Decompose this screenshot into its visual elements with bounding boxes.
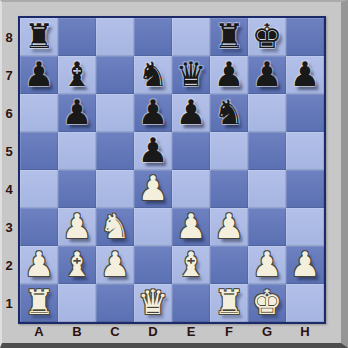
piece-black-king[interactable]: ♚ — [252, 19, 282, 53]
piece-black-pawn[interactable]: ♟ — [176, 95, 206, 129]
square-d5[interactable]: ♟ — [134, 132, 172, 170]
square-f1[interactable]: ♜ — [210, 284, 248, 322]
piece-black-pawn[interactable]: ♟ — [214, 57, 244, 91]
square-h7[interactable]: ♟ — [286, 56, 324, 94]
square-b8[interactable] — [58, 18, 96, 56]
square-b3[interactable]: ♟ — [58, 208, 96, 246]
piece-white-pawn[interactable]: ♟ — [138, 171, 168, 205]
piece-white-bishop[interactable]: ♝ — [62, 247, 92, 281]
square-g2[interactable]: ♟ — [248, 246, 286, 284]
square-a1[interactable]: ♜ — [20, 284, 58, 322]
square-g8[interactable]: ♚ — [248, 18, 286, 56]
square-b1[interactable] — [58, 284, 96, 322]
square-e6[interactable]: ♟ — [172, 94, 210, 132]
piece-white-bishop[interactable]: ♝ — [176, 247, 206, 281]
square-g6[interactable] — [248, 94, 286, 132]
square-e3[interactable]: ♟ — [172, 208, 210, 246]
file-label-d: D — [134, 322, 172, 341]
rank-label-2: 2 — [0, 246, 18, 284]
square-c1[interactable] — [96, 284, 134, 322]
square-a4[interactable] — [20, 170, 58, 208]
piece-white-queen[interactable]: ♛ — [138, 285, 168, 319]
square-d8[interactable] — [134, 18, 172, 56]
square-d2[interactable] — [134, 246, 172, 284]
piece-white-knight[interactable]: ♞ — [100, 209, 130, 243]
piece-black-bishop[interactable]: ♝ — [62, 57, 92, 91]
piece-black-pawn[interactable]: ♟ — [252, 57, 282, 91]
square-c7[interactable] — [96, 56, 134, 94]
square-g5[interactable] — [248, 132, 286, 170]
rank-label-5: 5 — [0, 132, 18, 170]
square-h5[interactable] — [286, 132, 324, 170]
square-g4[interactable] — [248, 170, 286, 208]
square-g7[interactable]: ♟ — [248, 56, 286, 94]
square-f4[interactable] — [210, 170, 248, 208]
square-a2[interactable]: ♟ — [20, 246, 58, 284]
square-c8[interactable] — [96, 18, 134, 56]
square-d4[interactable]: ♟ — [134, 170, 172, 208]
piece-white-pawn[interactable]: ♟ — [290, 247, 320, 281]
file-label-c: C — [96, 322, 134, 341]
rank-label-3: 3 — [0, 208, 18, 246]
square-d1[interactable]: ♛ — [134, 284, 172, 322]
square-b4[interactable] — [58, 170, 96, 208]
square-a8[interactable]: ♜ — [20, 18, 58, 56]
piece-white-rook[interactable]: ♜ — [24, 285, 54, 319]
square-c6[interactable] — [96, 94, 134, 132]
piece-black-rook[interactable]: ♜ — [214, 19, 244, 53]
rank-labels: 87654321 — [0, 18, 18, 322]
square-e7[interactable]: ♛ — [172, 56, 210, 94]
file-label-a: A — [20, 322, 58, 341]
square-f3[interactable]: ♟ — [210, 208, 248, 246]
square-c3[interactable]: ♞ — [96, 208, 134, 246]
piece-white-king[interactable]: ♚ — [252, 285, 282, 319]
piece-white-pawn[interactable]: ♟ — [62, 209, 92, 243]
rank-label-8: 8 — [0, 18, 18, 56]
piece-black-queen[interactable]: ♛ — [176, 57, 206, 91]
square-c5[interactable] — [96, 132, 134, 170]
square-a6[interactable] — [20, 94, 58, 132]
piece-black-pawn[interactable]: ♟ — [138, 133, 168, 167]
file-label-g: G — [248, 322, 286, 341]
square-f2[interactable] — [210, 246, 248, 284]
chess-board[interactable]: ♜♜♚♟♝♞♛♟♟♟♟♟♟♞♟♟♟♞♟♟♟♝♟♝♟♟♜♛♜♚ — [20, 18, 324, 322]
piece-black-knight[interactable]: ♞ — [138, 57, 168, 91]
square-d6[interactable]: ♟ — [134, 94, 172, 132]
square-g3[interactable] — [248, 208, 286, 246]
square-h2[interactable]: ♟ — [286, 246, 324, 284]
file-label-h: H — [286, 322, 324, 341]
square-f6[interactable]: ♞ — [210, 94, 248, 132]
board-border: ♜♜♚♟♝♞♛♟♟♟♟♟♟♞♟♟♟♞♟♟♟♝♟♝♟♟♜♛♜♚ — [18, 16, 326, 324]
square-e1[interactable] — [172, 284, 210, 322]
piece-white-pawn[interactable]: ♟ — [100, 247, 130, 281]
rank-label-1: 1 — [0, 284, 18, 322]
square-a3[interactable] — [20, 208, 58, 246]
piece-black-pawn[interactable]: ♟ — [62, 95, 92, 129]
square-f5[interactable] — [210, 132, 248, 170]
square-d3[interactable] — [134, 208, 172, 246]
piece-black-knight[interactable]: ♞ — [214, 95, 244, 129]
square-f8[interactable]: ♜ — [210, 18, 248, 56]
square-e8[interactable] — [172, 18, 210, 56]
rank-label-4: 4 — [0, 170, 18, 208]
square-b7[interactable]: ♝ — [58, 56, 96, 94]
square-h6[interactable] — [286, 94, 324, 132]
square-b6[interactable]: ♟ — [58, 94, 96, 132]
square-g1[interactable]: ♚ — [248, 284, 286, 322]
square-b2[interactable]: ♝ — [58, 246, 96, 284]
square-h8[interactable] — [286, 18, 324, 56]
file-label-e: E — [172, 322, 210, 341]
piece-white-pawn[interactable]: ♟ — [252, 247, 282, 281]
square-h1[interactable] — [286, 284, 324, 322]
square-c2[interactable]: ♟ — [96, 246, 134, 284]
square-h4[interactable] — [286, 170, 324, 208]
piece-white-rook[interactable]: ♜ — [214, 285, 244, 319]
file-label-f: F — [210, 322, 248, 341]
square-h3[interactable] — [286, 208, 324, 246]
square-a5[interactable] — [20, 132, 58, 170]
piece-white-pawn[interactable]: ♟ — [24, 247, 54, 281]
square-f7[interactable]: ♟ — [210, 56, 248, 94]
piece-black-pawn[interactable]: ♟ — [138, 95, 168, 129]
piece-white-pawn[interactable]: ♟ — [176, 209, 206, 243]
piece-black-rook[interactable]: ♜ — [24, 19, 54, 53]
file-label-b: B — [58, 322, 96, 341]
square-e4[interactable] — [172, 170, 210, 208]
square-b5[interactable] — [58, 132, 96, 170]
square-a7[interactable]: ♟ — [20, 56, 58, 94]
piece-black-pawn[interactable]: ♟ — [24, 57, 54, 91]
square-e5[interactable] — [172, 132, 210, 170]
square-e2[interactable]: ♝ — [172, 246, 210, 284]
rank-label-6: 6 — [0, 94, 18, 132]
board-frame: 87654321 ♜♜♚♟♝♞♛♟♟♟♟♟♟♞♟♟♟♞♟♟♟♝♟♝♟♟♜♛♜♚ … — [0, 0, 348, 348]
square-c4[interactable] — [96, 170, 134, 208]
file-labels: ABCDEFGH — [20, 322, 324, 341]
piece-black-pawn[interactable]: ♟ — [290, 57, 320, 91]
rank-label-7: 7 — [0, 56, 18, 94]
piece-white-pawn[interactable]: ♟ — [214, 209, 244, 243]
square-d7[interactable]: ♞ — [134, 56, 172, 94]
